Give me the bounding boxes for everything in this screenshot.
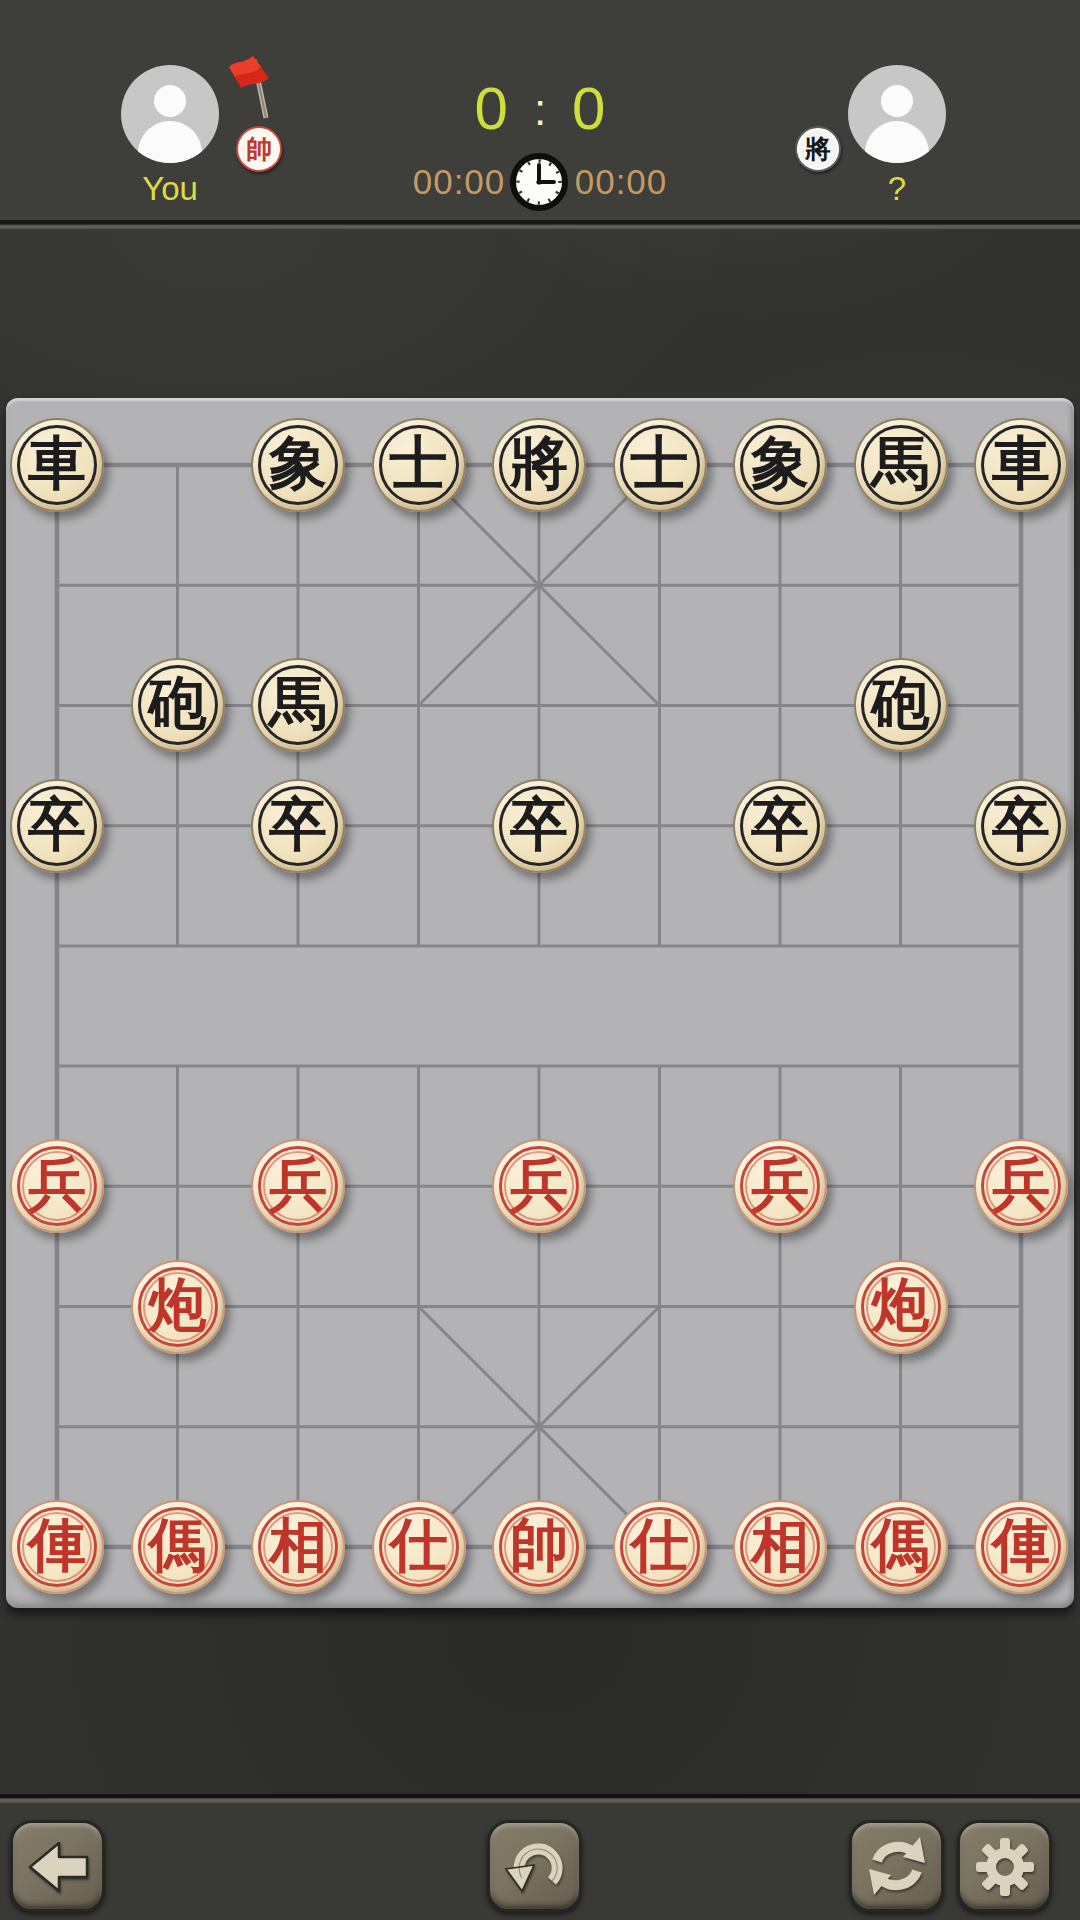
xiangqi-app-screen: 帥 You 0 : 0 00:00 00:00 將 ? 車象士將士象馬車砲馬砲卒…: [0, 0, 1080, 1920]
rotate-button[interactable]: [849, 1820, 944, 1912]
back-arrow-icon: [23, 1831, 93, 1901]
piece-black-砲[interactable]: 砲: [131, 658, 225, 752]
gear-icon: [970, 1831, 1040, 1901]
xiangqi-board[interactable]: 車象士將士象馬車砲馬砲卒卒卒卒卒兵兵兵兵兵炮炮俥傌相仕帥仕相傌俥: [6, 398, 1074, 1608]
piece-glyph: 象: [751, 435, 809, 493]
piece-glyph: 卒: [269, 796, 327, 854]
right-badge-piece-char: 將: [805, 132, 831, 167]
left-player-avatar[interactable]: [121, 65, 219, 163]
piece-red-帥[interactable]: 帥: [492, 1500, 586, 1594]
piece-glyph: 兵: [751, 1156, 809, 1214]
piece-black-將[interactable]: 將: [492, 418, 586, 512]
right-player-side-badge: 將: [795, 126, 841, 172]
piece-glyph: 卒: [28, 796, 86, 854]
piece-glyph: 傌: [149, 1517, 207, 1575]
piece-black-象[interactable]: 象: [251, 418, 345, 512]
piece-glyph: 馬: [269, 675, 327, 733]
piece-red-相[interactable]: 相: [251, 1500, 345, 1594]
piece-red-兵[interactable]: 兵: [251, 1139, 345, 1233]
left-player-name: You: [70, 170, 270, 208]
piece-glyph: 仕: [390, 1517, 448, 1575]
left-player-side-badge: 帥: [236, 126, 282, 172]
piece-glyph: 象: [269, 435, 327, 493]
piece-black-車[interactable]: 車: [974, 418, 1068, 512]
piece-red-兵[interactable]: 兵: [492, 1139, 586, 1233]
undo-arrow-icon: [500, 1831, 570, 1901]
clock-icon: [509, 152, 569, 216]
piece-red-仕[interactable]: 仕: [613, 1500, 707, 1594]
piece-red-俥[interactable]: 俥: [10, 1500, 104, 1594]
piece-glyph: 俥: [28, 1517, 86, 1575]
score-right: 0: [572, 74, 605, 143]
piece-glyph: 卒: [751, 796, 809, 854]
piece-glyph: 相: [269, 1517, 327, 1575]
score-left: 0: [475, 74, 508, 143]
piece-black-卒[interactable]: 卒: [733, 779, 827, 873]
piece-black-馬[interactable]: 馬: [854, 418, 948, 512]
piece-black-卒[interactable]: 卒: [251, 779, 345, 873]
right-player-avatar[interactable]: [848, 65, 946, 163]
piece-red-炮[interactable]: 炮: [131, 1260, 225, 1354]
piece-black-卒[interactable]: 卒: [10, 779, 104, 873]
piece-red-兵[interactable]: 兵: [974, 1139, 1068, 1233]
piece-glyph: 相: [751, 1517, 809, 1575]
piece-layer: 車象士將士象馬車砲馬砲卒卒卒卒卒兵兵兵兵兵炮炮俥傌相仕帥仕相傌俥: [6, 398, 1074, 1608]
piece-glyph: 炮: [872, 1277, 930, 1335]
piece-glyph: 俥: [992, 1517, 1050, 1575]
avatar-body-shape: [865, 121, 929, 163]
piece-glyph: 兵: [992, 1156, 1050, 1214]
piece-glyph: 砲: [149, 675, 207, 733]
score-display: 0 : 0: [340, 74, 740, 143]
undo-button[interactable]: [487, 1820, 582, 1912]
piece-glyph: 車: [992, 435, 1050, 493]
piece-glyph: 將: [510, 435, 568, 493]
piece-black-馬[interactable]: 馬: [251, 658, 345, 752]
piece-glyph: 炮: [149, 1277, 207, 1335]
toolbar-divider: [0, 1794, 1080, 1804]
header-divider: [0, 220, 1080, 230]
piece-red-相[interactable]: 相: [733, 1500, 827, 1594]
piece-glyph: 仕: [631, 1517, 689, 1575]
piece-red-傌[interactable]: 傌: [131, 1500, 225, 1594]
red-flag-icon: [224, 50, 286, 124]
piece-black-砲[interactable]: 砲: [854, 658, 948, 752]
settings-button[interactable]: [957, 1820, 1052, 1912]
piece-glyph: 兵: [510, 1156, 568, 1214]
avatar-body-shape: [138, 121, 202, 163]
left-badge-piece-char: 帥: [246, 132, 272, 167]
rotate-arrows-icon: [862, 1831, 932, 1901]
piece-red-炮[interactable]: 炮: [854, 1260, 948, 1354]
back-button[interactable]: [10, 1820, 105, 1912]
piece-red-仕[interactable]: 仕: [372, 1500, 466, 1594]
avatar-head-shape: [154, 85, 186, 117]
piece-red-兵[interactable]: 兵: [733, 1139, 827, 1233]
piece-black-車[interactable]: 車: [10, 418, 104, 512]
piece-glyph: 車: [28, 435, 86, 493]
piece-glyph: 帥: [510, 1517, 568, 1575]
piece-glyph: 兵: [269, 1156, 327, 1214]
piece-black-士[interactable]: 士: [613, 418, 707, 512]
piece-glyph: 馬: [872, 435, 930, 493]
piece-red-俥[interactable]: 俥: [974, 1500, 1068, 1594]
piece-red-傌[interactable]: 傌: [854, 1500, 948, 1594]
piece-glyph: 卒: [510, 796, 568, 854]
piece-black-士[interactable]: 士: [372, 418, 466, 512]
piece-glyph: 砲: [872, 675, 930, 733]
piece-glyph: 卒: [992, 796, 1050, 854]
piece-black-象[interactable]: 象: [733, 418, 827, 512]
avatar-head-shape: [881, 85, 913, 117]
piece-black-卒[interactable]: 卒: [974, 779, 1068, 873]
piece-glyph: 傌: [872, 1517, 930, 1575]
piece-glyph: 兵: [28, 1156, 86, 1214]
score-separator: :: [534, 85, 546, 135]
piece-red-兵[interactable]: 兵: [10, 1139, 104, 1233]
piece-glyph: 士: [631, 435, 689, 493]
piece-glyph: 士: [390, 435, 448, 493]
piece-black-卒[interactable]: 卒: [492, 779, 586, 873]
right-player-name: ?: [797, 170, 997, 208]
